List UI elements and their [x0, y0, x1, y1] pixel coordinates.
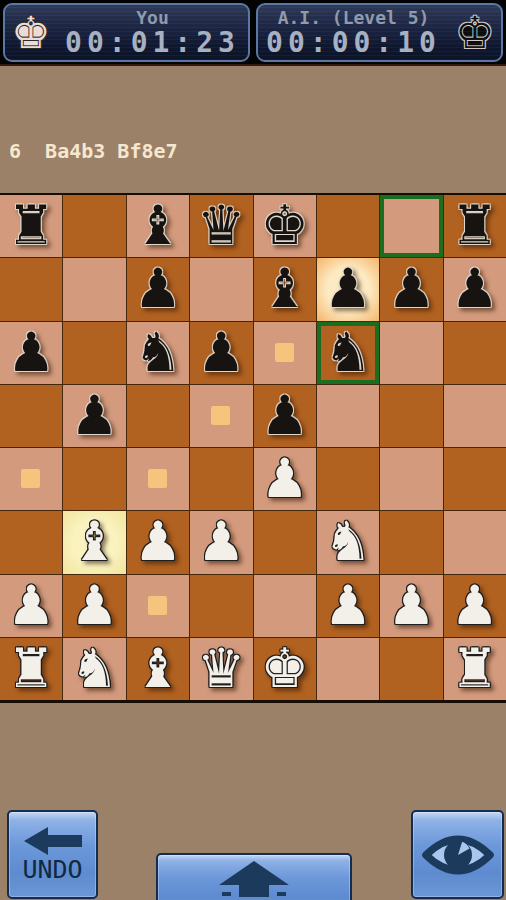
- square-f4[interactable]: [317, 448, 379, 510]
- square-h1[interactable]: ♜: [444, 638, 506, 700]
- eye-icon: [421, 828, 495, 882]
- square-e8[interactable]: ♚: [254, 195, 316, 257]
- square-g3[interactable]: [380, 511, 442, 573]
- square-e6[interactable]: [254, 322, 316, 384]
- piece-white-pawn: ♟: [387, 579, 435, 633]
- piece-white-pawn: ♟: [134, 515, 182, 569]
- piece-white-knight: ♞: [70, 642, 118, 696]
- undo-button[interactable]: UNDO: [7, 810, 98, 899]
- square-b6[interactable]: [63, 322, 125, 384]
- square-a5[interactable]: [0, 385, 62, 447]
- square-b5[interactable]: ♟: [63, 385, 125, 447]
- piece-white-bishop: ♝: [134, 642, 182, 696]
- piece-black-knight: ♞: [324, 326, 372, 380]
- player-panel-black: A.I. (Level 5) 00:00:10 ♚: [256, 3, 503, 62]
- square-g1[interactable]: [380, 638, 442, 700]
- square-b1[interactable]: ♞: [63, 638, 125, 700]
- clock-bar: ♚ You 00:01:23 A.I. (Level 5) 00:00:10 ♚: [0, 0, 506, 66]
- square-d3[interactable]: ♟: [190, 511, 252, 573]
- square-b2[interactable]: ♟: [63, 575, 125, 637]
- square-a6[interactable]: ♟: [0, 322, 62, 384]
- piece-white-pawn: ♟: [324, 579, 372, 633]
- piece-white-pawn: ♟: [451, 579, 499, 633]
- square-a4[interactable]: [0, 448, 62, 510]
- square-d5[interactable]: [190, 385, 252, 447]
- player-panel-white: ♚ You 00:01:23: [3, 3, 250, 62]
- white-king-icon: ♚: [5, 7, 57, 59]
- square-c8[interactable]: ♝: [127, 195, 189, 257]
- threat-marker: [21, 469, 40, 488]
- piece-black-pawn: ♟: [260, 389, 308, 443]
- piece-white-pawn: ♟: [197, 515, 245, 569]
- square-c4[interactable]: [127, 448, 189, 510]
- square-d4[interactable]: [190, 448, 252, 510]
- white-clock: 00:01:23: [57, 28, 248, 58]
- piece-black-pawn: ♟: [134, 262, 182, 316]
- piece-black-rook: ♜: [7, 199, 55, 253]
- square-h5[interactable]: [444, 385, 506, 447]
- piece-white-pawn: ♟: [70, 579, 118, 633]
- piece-white-rook: ♜: [451, 642, 499, 696]
- square-d2[interactable]: [190, 575, 252, 637]
- square-e2[interactable]: [254, 575, 316, 637]
- square-c6[interactable]: ♞: [127, 322, 189, 384]
- chess-app-screen: ♚ You 00:01:23 A.I. (Level 5) 00:00:10 ♚…: [0, 0, 506, 900]
- piece-black-bishop: ♝: [260, 262, 308, 316]
- black-player-name: A.I. (Level 5): [258, 8, 449, 28]
- square-f2[interactable]: ♟: [317, 575, 379, 637]
- square-c2[interactable]: [127, 575, 189, 637]
- up-arrow-icon: [189, 861, 319, 900]
- black-king-icon: ♚: [449, 7, 501, 59]
- square-f1[interactable]: [317, 638, 379, 700]
- square-e1[interactable]: ♚: [254, 638, 316, 700]
- square-e4[interactable]: ♟: [254, 448, 316, 510]
- move-now-button[interactable]: [156, 853, 352, 900]
- square-f6[interactable]: ♞: [317, 322, 379, 384]
- square-d1[interactable]: ♛: [190, 638, 252, 700]
- threat-marker: [148, 596, 167, 615]
- piece-black-rook: ♜: [451, 199, 499, 253]
- threat-marker: [275, 343, 294, 362]
- piece-black-pawn: ♟: [70, 389, 118, 443]
- square-f5[interactable]: [317, 385, 379, 447]
- piece-black-queen: ♛: [197, 199, 245, 253]
- square-a1[interactable]: ♜: [0, 638, 62, 700]
- black-clock: 00:00:10: [258, 28, 449, 58]
- piece-white-king: ♚: [260, 642, 308, 696]
- left-arrow-icon: [24, 826, 82, 856]
- piece-black-pawn: ♟: [387, 262, 435, 316]
- square-a7[interactable]: [0, 258, 62, 320]
- square-d6[interactable]: ♟: [190, 322, 252, 384]
- square-g4[interactable]: [380, 448, 442, 510]
- square-b7[interactable]: [63, 258, 125, 320]
- square-h7[interactable]: ♟: [444, 258, 506, 320]
- square-g5[interactable]: [380, 385, 442, 447]
- piece-white-knight: ♞: [324, 515, 372, 569]
- square-e3[interactable]: [254, 511, 316, 573]
- piece-white-pawn: ♟: [260, 452, 308, 506]
- piece-black-bishop: ♝: [134, 199, 182, 253]
- square-f3[interactable]: ♞: [317, 511, 379, 573]
- square-g6[interactable]: [380, 322, 442, 384]
- chess-board: ♜♝♛♚♜♟♝♟♟♟♟♞♟♞♟♟♟♝♟♟♞♟♟♟♟♟♜♞♝♛♚♜: [0, 193, 506, 703]
- piece-black-pawn: ♟: [7, 326, 55, 380]
- square-e7[interactable]: ♝: [254, 258, 316, 320]
- piece-white-bishop: ♝: [70, 515, 118, 569]
- square-h8[interactable]: ♜: [444, 195, 506, 257]
- square-h6[interactable]: [444, 322, 506, 384]
- square-g2[interactable]: ♟: [380, 575, 442, 637]
- square-a2[interactable]: ♟: [0, 575, 62, 637]
- white-player-name: You: [57, 8, 248, 28]
- piece-white-pawn: ♟: [7, 579, 55, 633]
- square-c5[interactable]: [127, 385, 189, 447]
- square-c1[interactable]: ♝: [127, 638, 189, 700]
- undo-button-label: UNDO: [22, 857, 82, 883]
- piece-black-knight: ♞: [134, 326, 182, 380]
- square-b4[interactable]: [63, 448, 125, 510]
- square-c7[interactable]: ♟: [127, 258, 189, 320]
- square-g8[interactable]: [380, 195, 442, 257]
- threat-marker: [148, 469, 167, 488]
- square-b8[interactable]: [63, 195, 125, 257]
- square-g7[interactable]: ♟: [380, 258, 442, 320]
- square-a3[interactable]: [0, 511, 62, 573]
- piece-black-king: ♚: [260, 199, 308, 253]
- show-threats-button[interactable]: [411, 810, 504, 899]
- square-f8[interactable]: [317, 195, 379, 257]
- threat-marker: [211, 406, 230, 425]
- square-f7[interactable]: ♟: [317, 258, 379, 320]
- square-a8[interactable]: ♜: [0, 195, 62, 257]
- piece-black-pawn: ♟: [451, 262, 499, 316]
- square-e5[interactable]: ♟: [254, 385, 316, 447]
- piece-white-queen: ♛: [197, 642, 245, 696]
- square-b3[interactable]: ♝: [63, 511, 125, 573]
- piece-black-pawn: ♟: [324, 262, 372, 316]
- square-c3[interactable]: ♟: [127, 511, 189, 573]
- square-d7[interactable]: [190, 258, 252, 320]
- piece-white-rook: ♜: [7, 642, 55, 696]
- move-log-line: 6 Ba4b3 Bf8e7: [9, 137, 178, 166]
- square-h2[interactable]: ♟: [444, 575, 506, 637]
- piece-black-pawn: ♟: [197, 326, 245, 380]
- square-h4[interactable]: [444, 448, 506, 510]
- square-d8[interactable]: ♛: [190, 195, 252, 257]
- square-h3[interactable]: [444, 511, 506, 573]
